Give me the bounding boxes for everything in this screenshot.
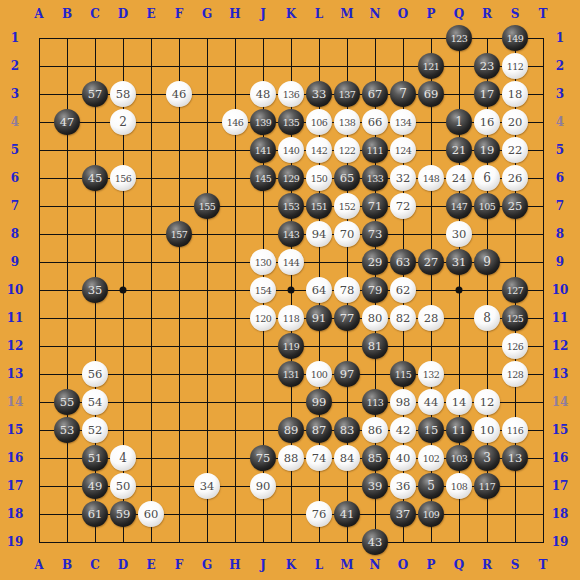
stone-N19-move-43: 43	[362, 529, 388, 555]
stone-N3-move-67: 67	[362, 81, 388, 107]
stone-C6-move-45: 45	[82, 165, 108, 191]
row-label-left-1: 1	[11, 32, 19, 44]
stone-N8-move-73: 73	[362, 221, 388, 247]
row-label-left-7: 7	[11, 200, 19, 212]
col-label-top-B: B	[62, 8, 72, 20]
stone-M13-move-97: 97	[334, 361, 360, 387]
stone-P14-move-44: 44	[418, 389, 444, 415]
stone-K15-move-89: 89	[278, 417, 304, 443]
row-label-right-18: 18	[552, 508, 569, 520]
row-label-left-16: 16	[7, 452, 24, 464]
stone-S4-move-20: 20	[502, 109, 528, 135]
stone-R11-move-8: 8	[474, 305, 500, 331]
stone-D18-move-59: 59	[110, 501, 136, 527]
stone-C13-move-56: 56	[82, 361, 108, 387]
stone-Q8-move-30: 30	[446, 221, 472, 247]
stone-O6-move-32: 32	[390, 165, 416, 191]
stone-O10-move-62: 62	[390, 277, 416, 303]
stone-R7-move-105: 105	[474, 193, 500, 219]
row-label-left-12: 12	[7, 340, 24, 352]
stone-L8-move-94: 94	[306, 221, 332, 247]
stone-N12-move-81: 81	[362, 333, 388, 359]
stone-K12-move-119: 119	[278, 333, 304, 359]
stone-N7-move-71: 71	[362, 193, 388, 219]
col-label-top-A: A	[34, 8, 43, 20]
stone-R15-move-10: 10	[474, 417, 500, 443]
stone-K9-move-144: 144	[278, 249, 304, 275]
col-label-bottom-L: L	[315, 559, 323, 571]
stone-K7-move-153: 153	[278, 193, 304, 219]
stone-P16-move-102: 102	[418, 445, 444, 471]
stone-Q5-move-21: 21	[446, 137, 472, 163]
col-label-bottom-F: F	[175, 559, 184, 571]
stone-L3-move-33: 33	[306, 81, 332, 107]
row-label-left-2: 2	[11, 60, 19, 72]
col-label-top-G: G	[202, 8, 212, 20]
stone-N15-move-86: 86	[362, 417, 388, 443]
row-label-left-19: 19	[7, 536, 24, 548]
star-point-K10	[288, 287, 295, 294]
col-label-top-D: D	[118, 8, 128, 20]
go-board: AABBCCDDEEFFGGHHJJKKLLMMNNOOPPQQRRSSTT11…	[0, 0, 580, 580]
row-label-right-16: 16	[552, 452, 569, 464]
row-label-left-17: 17	[7, 480, 24, 492]
stone-G7-move-155: 155	[194, 193, 220, 219]
stone-K13-move-131: 131	[278, 361, 304, 387]
stone-D17-move-50: 50	[110, 473, 136, 499]
col-label-top-H: H	[229, 8, 240, 20]
stone-S7-move-25: 25	[502, 193, 528, 219]
stone-O4-move-134: 134	[390, 109, 416, 135]
row-label-left-5: 5	[11, 144, 19, 156]
stone-C15-move-52: 52	[82, 417, 108, 443]
stone-K16-move-88: 88	[278, 445, 304, 471]
stone-C10-move-35: 35	[82, 277, 108, 303]
stone-D4-move-2: 2	[110, 109, 136, 135]
stone-K4-move-135: 135	[278, 109, 304, 135]
stone-Q16-move-103: 103	[446, 445, 472, 471]
stone-S15-move-116: 116	[502, 417, 528, 443]
stone-S1-move-149: 149	[502, 25, 528, 51]
stone-O13-move-115: 115	[390, 361, 416, 387]
stone-Q9-move-31: 31	[446, 249, 472, 275]
stone-J10-move-154: 154	[250, 277, 276, 303]
stone-K8-move-143: 143	[278, 221, 304, 247]
stone-P3-move-69: 69	[418, 81, 444, 107]
stone-S6-move-26: 26	[502, 165, 528, 191]
stone-N17-move-39: 39	[362, 473, 388, 499]
stone-N5-move-111: 111	[362, 137, 388, 163]
row-label-right-19: 19	[552, 536, 569, 548]
stone-Q4-move-1: 1	[446, 109, 472, 135]
col-label-bottom-O: O	[398, 559, 408, 571]
stone-F8-move-157: 157	[166, 221, 192, 247]
col-label-top-N: N	[370, 8, 381, 20]
stone-J9-move-130: 130	[250, 249, 276, 275]
stone-M11-move-77: 77	[334, 305, 360, 331]
stone-K3-move-136: 136	[278, 81, 304, 107]
stone-L13-move-100: 100	[306, 361, 332, 387]
stone-J5-move-141: 141	[250, 137, 276, 163]
stone-N9-move-29: 29	[362, 249, 388, 275]
col-label-bottom-Q: Q	[454, 559, 464, 571]
stone-O17-move-36: 36	[390, 473, 416, 499]
stone-D16-move-4: 4	[110, 445, 136, 471]
col-label-bottom-R: R	[482, 559, 492, 571]
row-label-left-6: 6	[11, 172, 19, 184]
stone-B15-move-53: 53	[54, 417, 80, 443]
stone-L6-move-150: 150	[306, 165, 332, 191]
row-label-left-15: 15	[7, 424, 24, 436]
stone-O7-move-72: 72	[390, 193, 416, 219]
stone-M3-move-137: 137	[334, 81, 360, 107]
stone-C18-move-61: 61	[82, 501, 108, 527]
stone-S10-move-127: 127	[502, 277, 528, 303]
col-label-bottom-J: J	[260, 559, 266, 571]
stone-P2-move-121: 121	[418, 53, 444, 79]
row-label-left-3: 3	[11, 88, 19, 100]
stone-L5-move-142: 142	[306, 137, 332, 163]
row-label-left-11: 11	[7, 312, 24, 324]
stone-M5-move-122: 122	[334, 137, 360, 163]
stone-J16-move-75: 75	[250, 445, 276, 471]
stone-M7-move-152: 152	[334, 193, 360, 219]
row-label-right-3: 3	[556, 88, 564, 100]
col-label-bottom-K: K	[286, 559, 296, 571]
stone-R14-move-12: 12	[474, 389, 500, 415]
stone-D6-move-156: 156	[110, 165, 136, 191]
stone-S2-move-112: 112	[502, 53, 528, 79]
stone-L4-move-106: 106	[306, 109, 332, 135]
row-label-left-9: 9	[11, 256, 19, 268]
col-label-bottom-H: H	[229, 559, 240, 571]
stone-C3-move-57: 57	[82, 81, 108, 107]
stone-N10-move-79: 79	[362, 277, 388, 303]
stone-Q15-move-11: 11	[446, 417, 472, 443]
stone-J4-move-139: 139	[250, 109, 276, 135]
col-label-top-K: K	[286, 8, 296, 20]
stone-J11-move-120: 120	[250, 305, 276, 331]
stone-R6-move-6: 6	[474, 165, 500, 191]
row-label-right-5: 5	[556, 144, 564, 156]
stone-M4-move-138: 138	[334, 109, 360, 135]
stone-O11-move-82: 82	[390, 305, 416, 331]
stone-O18-move-37: 37	[390, 501, 416, 527]
stone-M16-move-84: 84	[334, 445, 360, 471]
row-label-right-10: 10	[552, 284, 569, 296]
stone-J17-move-90: 90	[250, 473, 276, 499]
stone-S13-move-128: 128	[502, 361, 528, 387]
row-label-right-15: 15	[552, 424, 569, 436]
col-label-top-R: R	[482, 8, 492, 20]
stone-P18-move-109: 109	[418, 501, 444, 527]
stone-L11-move-91: 91	[306, 305, 332, 331]
stone-M18-move-41: 41	[334, 501, 360, 527]
stone-O14-move-98: 98	[390, 389, 416, 415]
stone-Q6-move-24: 24	[446, 165, 472, 191]
col-label-top-L: L	[315, 8, 323, 20]
col-label-bottom-M: M	[340, 559, 353, 571]
stone-O9-move-63: 63	[390, 249, 416, 275]
row-label-right-17: 17	[552, 480, 569, 492]
stone-D3-move-58: 58	[110, 81, 136, 107]
stone-C17-move-49: 49	[82, 473, 108, 499]
col-label-bottom-N: N	[370, 559, 381, 571]
stone-O3-move-7: 7	[390, 81, 416, 107]
stone-O5-move-124: 124	[390, 137, 416, 163]
col-label-bottom-G: G	[202, 559, 212, 571]
row-label-left-18: 18	[7, 508, 24, 520]
stone-M10-move-78: 78	[334, 277, 360, 303]
col-label-top-Q: Q	[454, 8, 464, 20]
stone-P11-move-28: 28	[418, 305, 444, 331]
stone-L15-move-87: 87	[306, 417, 332, 443]
stone-S11-move-125: 125	[502, 305, 528, 331]
col-label-top-J: J	[260, 8, 266, 20]
stone-S12-move-126: 126	[502, 333, 528, 359]
row-label-right-2: 2	[556, 60, 564, 72]
col-label-top-O: O	[398, 8, 408, 20]
stone-P13-move-132: 132	[418, 361, 444, 387]
stone-L18-move-76: 76	[306, 501, 332, 527]
stone-J3-move-48: 48	[250, 81, 276, 107]
stone-O15-move-42: 42	[390, 417, 416, 443]
stone-C16-move-51: 51	[82, 445, 108, 471]
stone-J6-move-145: 145	[250, 165, 276, 191]
col-label-top-F: F	[175, 8, 184, 20]
stone-P6-move-148: 148	[418, 165, 444, 191]
stone-B4-move-47: 47	[54, 109, 80, 135]
col-label-bottom-E: E	[146, 559, 155, 571]
col-label-top-S: S	[511, 8, 520, 20]
row-label-left-13: 13	[7, 368, 24, 380]
stone-R5-move-19: 19	[474, 137, 500, 163]
stone-M8-move-70: 70	[334, 221, 360, 247]
stone-C14-move-54: 54	[82, 389, 108, 415]
stone-K11-move-118: 118	[278, 305, 304, 331]
stone-B14-move-55: 55	[54, 389, 80, 415]
stone-R2-move-23: 23	[474, 53, 500, 79]
stone-Q1-move-123: 123	[446, 25, 472, 51]
row-label-right-13: 13	[552, 368, 569, 380]
row-label-right-9: 9	[556, 256, 564, 268]
stone-G17-move-34: 34	[194, 473, 220, 499]
col-label-bottom-B: B	[62, 559, 72, 571]
stone-R3-move-17: 17	[474, 81, 500, 107]
stone-Q17-move-108: 108	[446, 473, 472, 499]
col-label-bottom-S: S	[511, 559, 520, 571]
stone-P17-move-5: 5	[418, 473, 444, 499]
col-label-top-T: T	[539, 8, 548, 20]
stone-S16-move-13: 13	[502, 445, 528, 471]
stone-M15-move-83: 83	[334, 417, 360, 443]
row-label-right-4: 4	[556, 116, 564, 128]
row-label-left-4: 4	[11, 116, 19, 128]
stone-N4-move-66: 66	[362, 109, 388, 135]
stone-K6-move-129: 129	[278, 165, 304, 191]
stone-R17-move-117: 117	[474, 473, 500, 499]
stone-E18-move-60: 60	[138, 501, 164, 527]
stone-N6-move-133: 133	[362, 165, 388, 191]
col-label-top-P: P	[426, 8, 435, 20]
row-label-right-11: 11	[552, 312, 569, 324]
col-label-bottom-A: A	[34, 559, 43, 571]
stone-R9-move-9: 9	[474, 249, 500, 275]
row-label-right-8: 8	[556, 228, 564, 240]
stone-Q7-move-147: 147	[446, 193, 472, 219]
stone-H4-move-146: 146	[222, 109, 248, 135]
stone-S5-move-22: 22	[502, 137, 528, 163]
stone-L16-move-74: 74	[306, 445, 332, 471]
star-point-Q10	[456, 287, 463, 294]
stone-P15-move-15: 15	[418, 417, 444, 443]
col-label-bottom-P: P	[426, 559, 435, 571]
col-label-bottom-D: D	[118, 559, 128, 571]
row-label-left-14: 14	[7, 396, 24, 408]
col-label-top-M: M	[340, 8, 353, 20]
stone-R4-move-16: 16	[474, 109, 500, 135]
stone-S3-move-18: 18	[502, 81, 528, 107]
row-label-right-7: 7	[556, 200, 564, 212]
stone-F3-move-46: 46	[166, 81, 192, 107]
stone-N16-move-85: 85	[362, 445, 388, 471]
star-point-D10	[120, 287, 127, 294]
stone-M6-move-65: 65	[334, 165, 360, 191]
stone-L14-move-99: 99	[306, 389, 332, 415]
col-label-top-E: E	[146, 8, 155, 20]
stone-K5-move-140: 140	[278, 137, 304, 163]
stone-R16-move-3: 3	[474, 445, 500, 471]
stone-N11-move-80: 80	[362, 305, 388, 331]
stone-N14-move-113: 113	[362, 389, 388, 415]
row-label-right-1: 1	[556, 32, 564, 44]
stone-Q14-move-14: 14	[446, 389, 472, 415]
stone-L7-move-151: 151	[306, 193, 332, 219]
row-label-left-8: 8	[11, 228, 19, 240]
col-label-top-C: C	[90, 8, 100, 20]
col-label-bottom-C: C	[90, 559, 100, 571]
stone-L10-move-64: 64	[306, 277, 332, 303]
stone-P9-move-27: 27	[418, 249, 444, 275]
row-label-right-12: 12	[552, 340, 569, 352]
col-label-bottom-T: T	[539, 559, 548, 571]
row-label-right-6: 6	[556, 172, 564, 184]
row-label-left-10: 10	[7, 284, 24, 296]
row-label-right-14: 14	[552, 396, 569, 408]
stone-O16-move-40: 40	[390, 445, 416, 471]
